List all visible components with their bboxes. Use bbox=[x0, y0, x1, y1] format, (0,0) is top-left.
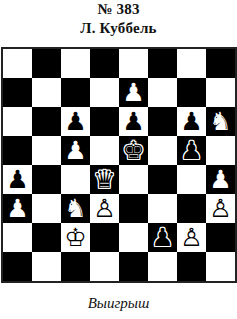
square-g3 bbox=[177, 194, 206, 223]
square-a7 bbox=[3, 78, 32, 107]
study-author: Л. Куббель bbox=[0, 20, 237, 37]
square-c7 bbox=[61, 78, 90, 107]
square-c6: ♟ bbox=[61, 107, 90, 136]
square-d4: ♛ bbox=[90, 165, 119, 194]
white-pawn-d3: ♙ bbox=[90, 194, 119, 223]
white-pawn-h3: ♙ bbox=[206, 194, 235, 223]
square-g1 bbox=[177, 252, 206, 281]
square-f8 bbox=[148, 49, 177, 78]
square-h8 bbox=[206, 49, 235, 78]
square-c1 bbox=[61, 252, 90, 281]
square-f3 bbox=[148, 194, 177, 223]
square-h1 bbox=[206, 252, 235, 281]
black-pawn-c6: ♟ bbox=[61, 107, 90, 136]
white-pawn-c5: ♟ bbox=[61, 136, 90, 165]
square-c5: ♟ bbox=[61, 136, 90, 165]
black-king-e5: ♚ bbox=[119, 136, 148, 165]
square-a3: ♟ bbox=[3, 194, 32, 223]
square-c4 bbox=[61, 165, 90, 194]
square-g8 bbox=[177, 49, 206, 78]
square-h3: ♙ bbox=[206, 194, 235, 223]
square-f4 bbox=[148, 165, 177, 194]
square-e5: ♚ bbox=[119, 136, 148, 165]
chess-study-page: № 383 Л. Куббель ♟♟♟♟♞♟♚♟♟♛♟♟♞♙♙♔♟♙ Выиг… bbox=[0, 0, 237, 319]
square-e6: ♟ bbox=[119, 107, 148, 136]
square-a2 bbox=[3, 223, 32, 252]
square-f1 bbox=[148, 252, 177, 281]
square-h2 bbox=[206, 223, 235, 252]
white-pawn-h4: ♟ bbox=[206, 165, 235, 194]
white-knight-c3: ♞ bbox=[61, 194, 90, 223]
square-d7 bbox=[90, 78, 119, 107]
square-c8 bbox=[61, 49, 90, 78]
white-pawn-e7: ♟ bbox=[119, 78, 148, 107]
square-f2: ♟ bbox=[148, 223, 177, 252]
square-h6: ♞ bbox=[206, 107, 235, 136]
square-d3: ♙ bbox=[90, 194, 119, 223]
black-pawn-g5: ♟ bbox=[177, 136, 206, 165]
black-queen-d4: ♛ bbox=[90, 165, 119, 194]
square-d5 bbox=[90, 136, 119, 165]
square-e8 bbox=[119, 49, 148, 78]
square-b7 bbox=[32, 78, 61, 107]
square-g6: ♟ bbox=[177, 107, 206, 136]
square-b2 bbox=[32, 223, 61, 252]
square-b8 bbox=[32, 49, 61, 78]
stipulation-caption: Выигрыш bbox=[0, 295, 237, 312]
square-a6 bbox=[3, 107, 32, 136]
white-king-c2: ♔ bbox=[61, 223, 90, 252]
square-g5: ♟ bbox=[177, 136, 206, 165]
square-d2 bbox=[90, 223, 119, 252]
square-d8 bbox=[90, 49, 119, 78]
black-pawn-f2: ♟ bbox=[148, 223, 177, 252]
black-pawn-e6: ♟ bbox=[119, 107, 148, 136]
black-pawn-g6: ♟ bbox=[177, 107, 206, 136]
chess-board: ♟♟♟♟♞♟♚♟♟♛♟♟♞♙♙♔♟♙ bbox=[1, 47, 237, 283]
square-f5 bbox=[148, 136, 177, 165]
square-g4 bbox=[177, 165, 206, 194]
square-a4: ♟ bbox=[3, 165, 32, 194]
square-c2: ♔ bbox=[61, 223, 90, 252]
square-d1 bbox=[90, 252, 119, 281]
square-e4 bbox=[119, 165, 148, 194]
study-number: № 383 bbox=[0, 1, 237, 18]
square-b1 bbox=[32, 252, 61, 281]
square-c3: ♞ bbox=[61, 194, 90, 223]
square-a1 bbox=[3, 252, 32, 281]
square-d6 bbox=[90, 107, 119, 136]
square-b6 bbox=[32, 107, 61, 136]
white-knight-h6: ♞ bbox=[206, 107, 235, 136]
square-b4 bbox=[32, 165, 61, 194]
square-a8 bbox=[3, 49, 32, 78]
square-f6 bbox=[148, 107, 177, 136]
square-b5 bbox=[32, 136, 61, 165]
square-h7 bbox=[206, 78, 235, 107]
square-e1 bbox=[119, 252, 148, 281]
square-e3 bbox=[119, 194, 148, 223]
square-a5 bbox=[3, 136, 32, 165]
square-f7 bbox=[148, 78, 177, 107]
square-h4: ♟ bbox=[206, 165, 235, 194]
square-g7 bbox=[177, 78, 206, 107]
square-e7: ♟ bbox=[119, 78, 148, 107]
black-pawn-a4: ♟ bbox=[3, 165, 32, 194]
square-e2 bbox=[119, 223, 148, 252]
square-b3 bbox=[32, 194, 61, 223]
square-h5 bbox=[206, 136, 235, 165]
square-g2: ♙ bbox=[177, 223, 206, 252]
white-pawn-g2: ♙ bbox=[177, 223, 206, 252]
white-pawn-a3: ♟ bbox=[3, 194, 32, 223]
